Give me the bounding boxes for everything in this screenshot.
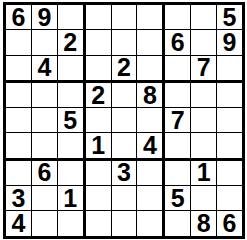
cell-r9c4[interactable] — [86, 211, 112, 235]
cell-r6c4[interactable]: 1 — [86, 133, 112, 160]
cell-r6c6[interactable]: 4 — [137, 133, 165, 160]
cell-r7c8[interactable]: 1 — [191, 161, 217, 186]
cell-r4c6[interactable]: 8 — [137, 83, 165, 108]
cell-r8c2[interactable] — [32, 186, 58, 211]
cell-r5c3[interactable]: 5 — [58, 108, 86, 133]
cell-r2c4[interactable] — [86, 30, 112, 55]
cell-r1c5[interactable] — [112, 5, 138, 30]
cell-r2c7[interactable]: 6 — [165, 30, 191, 55]
cell-r4c5[interactable] — [112, 83, 138, 108]
cell-r1c7[interactable] — [165, 5, 191, 30]
cell-r2c9[interactable]: 9 — [217, 30, 242, 55]
cell-r5c1[interactable] — [6, 108, 32, 133]
cell-r3c9[interactable] — [217, 56, 242, 83]
cell-r3c5[interactable]: 2 — [112, 56, 138, 83]
cell-r4c2[interactable] — [32, 83, 58, 108]
cell-r6c5[interactable] — [112, 133, 138, 160]
cell-r9c2[interactable] — [32, 211, 58, 235]
sudoku-board: 695269427285714631315486 — [3, 2, 245, 239]
cell-r4c3[interactable] — [58, 83, 86, 108]
cell-r9c7[interactable] — [165, 211, 191, 235]
cell-r7c9[interactable] — [217, 161, 242, 186]
cell-r2c8[interactable] — [191, 30, 217, 55]
cell-r3c6[interactable] — [137, 56, 165, 83]
cell-r8c3[interactable]: 1 — [58, 186, 86, 211]
cell-r6c1[interactable] — [6, 133, 32, 160]
cell-r7c6[interactable] — [137, 161, 165, 186]
cell-r9c3[interactable] — [58, 211, 86, 235]
cell-r6c8[interactable] — [191, 133, 217, 160]
cell-r7c2[interactable]: 6 — [32, 161, 58, 186]
cell-r6c3[interactable] — [58, 133, 86, 160]
cell-r8c6[interactable] — [137, 186, 165, 211]
cell-r9c6[interactable] — [137, 211, 165, 235]
cell-r2c1[interactable] — [6, 30, 32, 55]
cell-r1c8[interactable] — [191, 5, 217, 30]
cell-r5c2[interactable] — [32, 108, 58, 133]
cell-r8c9[interactable] — [217, 186, 242, 211]
cell-r7c7[interactable] — [165, 161, 191, 186]
cell-r8c8[interactable] — [191, 186, 217, 211]
cell-r2c5[interactable] — [112, 30, 138, 55]
cell-r1c1[interactable]: 6 — [6, 5, 32, 30]
cell-r4c8[interactable] — [191, 83, 217, 108]
cell-r3c8[interactable]: 7 — [191, 56, 217, 83]
cell-r8c4[interactable] — [86, 186, 112, 211]
cell-r1c2[interactable]: 9 — [32, 5, 58, 30]
cell-r3c2[interactable]: 4 — [32, 56, 58, 83]
cell-r2c6[interactable] — [137, 30, 165, 55]
cell-r7c5[interactable]: 3 — [112, 161, 138, 186]
cell-r4c9[interactable] — [217, 83, 242, 108]
cell-r5c5[interactable] — [112, 108, 138, 133]
cell-r5c7[interactable]: 7 — [165, 108, 191, 133]
cell-r4c1[interactable] — [6, 83, 32, 108]
cell-r4c4[interactable]: 2 — [86, 83, 112, 108]
cell-r4c7[interactable] — [165, 83, 191, 108]
cell-r5c8[interactable] — [191, 108, 217, 133]
cell-r6c9[interactable] — [217, 133, 242, 160]
cell-r8c5[interactable] — [112, 186, 138, 211]
cell-r2c2[interactable] — [32, 30, 58, 55]
cell-r8c1[interactable]: 3 — [6, 186, 32, 211]
cell-r7c1[interactable] — [6, 161, 32, 186]
cell-r1c4[interactable] — [86, 5, 112, 30]
cell-r1c6[interactable] — [137, 5, 165, 30]
cell-r9c9[interactable]: 6 — [217, 211, 242, 235]
cell-r3c1[interactable] — [6, 56, 32, 83]
cell-r3c4[interactable] — [86, 56, 112, 83]
cell-r1c9[interactable]: 5 — [217, 5, 242, 30]
cell-r6c7[interactable] — [165, 133, 191, 160]
sudoku-page: 695269427285714631315486 — [0, 0, 247, 240]
cell-r7c4[interactable] — [86, 161, 112, 186]
cell-r5c6[interactable] — [137, 108, 165, 133]
cell-r3c3[interactable] — [58, 56, 86, 83]
cell-r1c3[interactable] — [58, 5, 86, 30]
cell-r7c3[interactable] — [58, 161, 86, 186]
cell-r3c7[interactable] — [165, 56, 191, 83]
cell-r2c3[interactable]: 2 — [58, 30, 86, 55]
cell-r8c7[interactable]: 5 — [165, 186, 191, 211]
cell-r5c4[interactable] — [86, 108, 112, 133]
cell-r5c9[interactable] — [217, 108, 242, 133]
cell-r9c8[interactable]: 8 — [191, 211, 217, 235]
cell-r9c1[interactable]: 4 — [6, 211, 32, 235]
cell-r9c5[interactable] — [112, 211, 138, 235]
cell-r6c2[interactable] — [32, 133, 58, 160]
